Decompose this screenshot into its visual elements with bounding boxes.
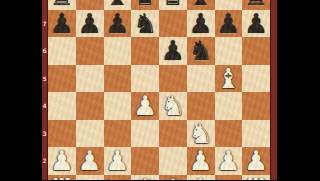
white-pawn: ♟ [76,147,104,175]
square-e5[interactable] [159,65,187,93]
square-b5[interactable] [76,65,104,93]
white-queen: ♛ [131,175,159,181]
white-bishop: ♝ [187,175,215,181]
square-d1[interactable]: ♛ [131,175,159,181]
square-a3[interactable] [48,120,76,148]
square-h5[interactable] [242,65,270,93]
square-a2[interactable]: ♟ [48,147,76,175]
square-e1[interactable]: ♚ [159,175,187,181]
square-g7[interactable]: ♟ [215,10,243,38]
square-e6[interactable]: ♟ [159,37,187,65]
rank-label-7: 7 [42,10,47,38]
square-a7[interactable]: ♟ [48,10,76,38]
square-d5[interactable] [131,65,159,93]
square-f5[interactable] [187,65,215,93]
square-h7[interactable]: ♟ [242,10,270,38]
square-a6[interactable] [48,37,76,65]
black-pawn: ♟ [242,10,270,38]
square-f7[interactable]: ♟ [187,10,215,38]
square-a5[interactable] [48,65,76,93]
black-pawn: ♟ [187,10,215,38]
rank-label-3: 3 [42,120,47,148]
square-d6[interactable] [131,37,159,65]
square-b2[interactable]: ♟ [76,147,104,175]
square-h6[interactable] [242,37,270,65]
square-g4[interactable] [215,92,243,120]
square-d7[interactable]: ♞ [131,10,159,38]
square-f2[interactable]: ♟ [187,147,215,175]
black-pawn: ♟ [104,10,132,38]
square-g2[interactable]: ♟ [215,147,243,175]
square-g5[interactable]: ♝ [215,65,243,93]
square-c6[interactable] [104,37,132,65]
square-c2[interactable]: ♟ [104,147,132,175]
rank-label-2: 2 [42,147,47,175]
black-knight: ♞ [131,10,159,38]
white-pawn: ♟ [48,147,76,175]
square-f4[interactable] [187,92,215,120]
square-b7[interactable]: ♟ [76,10,104,38]
white-king: ♚ [159,175,187,181]
square-h4[interactable] [242,92,270,120]
square-e7[interactable] [159,10,187,38]
black-pawn: ♟ [215,10,243,38]
white-pawn: ♟ [242,147,270,175]
square-a1[interactable]: ♜ [48,175,76,181]
square-c3[interactable] [104,120,132,148]
square-e8[interactable]: ♚ [159,0,187,10]
rank-label-8: 8 [42,0,47,10]
square-d2[interactable] [131,147,159,175]
black-pawn: ♟ [76,10,104,38]
white-rook: ♜ [48,175,76,181]
square-e2[interactable] [159,147,187,175]
white-pawn: ♟ [187,147,215,175]
square-c5[interactable] [104,65,132,93]
black-king: ♚ [159,0,187,10]
square-h3[interactable] [242,120,270,148]
square-c7[interactable]: ♟ [104,10,132,38]
black-knight: ♞ [187,37,215,65]
square-h2[interactable]: ♟ [242,147,270,175]
white-rook: ♜ [242,175,270,181]
rank-label-4: 4 [42,92,47,120]
white-bishop: ♝ [215,65,243,93]
square-f1[interactable]: ♝ [187,175,215,181]
white-pawn: ♟ [131,92,159,120]
white-knight: ♞ [187,120,215,148]
square-e4[interactable]: ♞ [159,92,187,120]
square-e3[interactable] [159,120,187,148]
square-f3[interactable]: ♞ [187,120,215,148]
square-a4[interactable] [48,92,76,120]
square-g6[interactable] [215,37,243,65]
square-h1[interactable]: ♜ [242,175,270,181]
rank-label-5: 5 [42,65,47,93]
square-c4[interactable] [104,92,132,120]
square-b4[interactable] [76,92,104,120]
white-knight: ♞ [159,92,187,120]
white-pawn: ♟ [104,147,132,175]
white-pawn: ♟ [215,147,243,175]
rank-label-1: 1 [42,175,47,181]
rank-label-6: 6 [42,37,47,65]
square-d4[interactable]: ♟ [131,92,159,120]
chess-board: ♜♝♛♚♝♜♟♟♟♞♟♟♟♟♞♝♟♞♞♟♟♟♟♟♟♜♛♚♝♜ [47,0,271,180]
black-pawn: ♟ [159,37,187,65]
square-b3[interactable] [76,120,104,148]
square-f6[interactable]: ♞ [187,37,215,65]
chess-video-frame: ♜♝♛♚♝♜♟♟♟♞♟♟♟♟♞♝♟♞♞♟♟♟♟♟♟♜♛♚♝♜ 87654321 [0,0,320,180]
square-g3[interactable] [215,120,243,148]
black-pawn: ♟ [48,10,76,38]
square-d3[interactable] [131,120,159,148]
square-b6[interactable] [76,37,104,65]
